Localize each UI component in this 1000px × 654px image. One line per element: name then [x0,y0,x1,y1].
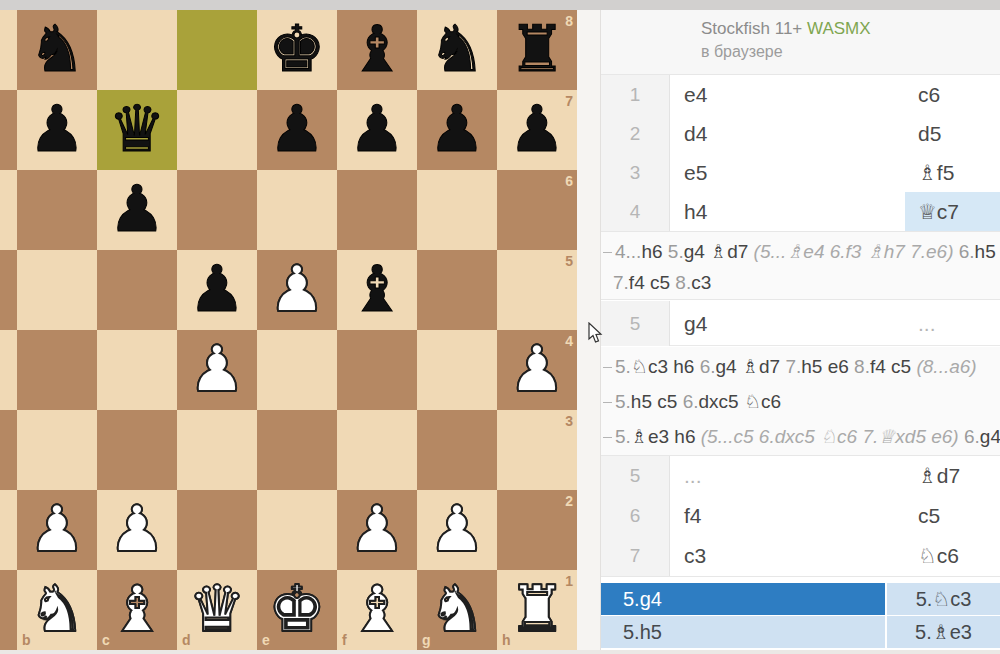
white-move[interactable]: d4 [670,114,905,153]
black-move[interactable]: ♗d7 [905,456,1000,496]
variation-move-text: g4 [684,241,710,262]
candidate-move-rows: 5.g45.♘c35.h55.♗e3 [601,583,1000,649]
square-b6[interactable] [17,170,97,250]
variation-line[interactable]: 5.h5 c5 6.dxc5 ♘c6 [601,384,1000,419]
square-c6[interactable]: ♟ [97,170,177,250]
rank-label-8: 8 [565,14,573,28]
variation-block-b[interactable]: 5.♘c3 h6 6.g4 ♗d7 7.h5 e6 8.f4 c5 (8...a… [601,347,1000,456]
square-g5[interactable] [417,250,497,330]
window-bottom-strip [0,650,1000,654]
square-d3[interactable] [177,410,257,490]
square-e4[interactable] [257,330,337,410]
variation-branch-tick [603,252,612,253]
file-label-b: b [22,633,31,647]
square-h7[interactable]: 7♟ [497,90,577,170]
rank-label-3: 3 [565,414,573,428]
square-e1[interactable]: e♚ [257,570,337,650]
variation-move-text: h5 [631,391,657,412]
piece-wp-d4: ♟ [177,330,257,410]
variation-move-text: f4 [629,272,650,293]
file-label-f: f [342,633,347,647]
piece-wb-f1: ♝ [337,570,417,650]
move-number: 5 [601,301,670,346]
move-number: 7 [601,536,670,576]
black-move[interactable]: c6 [905,75,1000,114]
black-move[interactable]: ♘c6 [905,536,1000,576]
move-table-top: 1e4c62d4d53e5♗f54h4♕c7 [601,75,1000,231]
engine-header: Stockfish 11+ WASMX в браузере [601,10,1000,75]
variation-move-text: h5 [801,356,827,377]
piece-wp-c2: ♟ [97,490,177,570]
piece-bp-d5: ♟ [177,250,257,330]
variation-move-text: ♘c3 [631,356,673,377]
piece-wp-g2: ♟ [417,490,497,570]
piece-bn-b8: ♞ [17,10,97,90]
piece-bp-c6: ♟ [97,170,177,250]
square-h6[interactable]: 6 [497,170,577,250]
move-number: 2 [601,114,670,153]
piece-bq-c7: ♛ [97,90,177,170]
variation-move-text: 4... [615,241,641,262]
move-number: 5 [601,456,670,496]
move-row: 2d4d5 [601,114,1000,153]
square-d6[interactable] [177,170,257,250]
square-h4[interactable]: 4♟ [497,330,577,410]
black-move[interactable]: ... [905,301,1000,346]
square-b7[interactable]: ♟ [17,90,97,170]
file-label-e: e [262,633,270,647]
square-d4[interactable]: ♟ [177,330,257,410]
variation-branch-tick [603,437,612,438]
file-label-h: h [502,633,511,647]
move-row: 4h4♕c7 [601,192,1000,231]
square-g2[interactable]: ♟ [417,490,497,570]
square-h3[interactable]: 3 [497,410,577,490]
engine-name: Stockfish 11+ WASMX [701,19,871,39]
white-move[interactable]: c3 [670,536,905,576]
piece-wr-a1: ♜ [0,570,17,650]
variation-move-text: ♗e3 [631,426,674,447]
variation-move-text: ♗d7 [742,356,785,377]
square-f8[interactable]: ♝ [337,10,417,90]
move-row: 7c3♘c6 [601,536,1000,576]
square-b2[interactable]: ♟ [17,490,97,570]
square-h5[interactable]: 5 [497,250,577,330]
square-c4[interactable] [97,330,177,410]
white-move[interactable]: ... [670,456,905,496]
variation-move-text: 8. [675,272,691,293]
rank-label-1: 1 [565,574,573,588]
square-e7[interactable]: ♟ [257,90,337,170]
square-a2[interactable]: ♟ [0,490,17,570]
variation-move-text: ♘c6 [744,391,781,412]
variation-move-text: 5. [615,426,631,447]
variation-move-text: 5. [615,391,631,412]
candidate-row: 5.h55.♗e3 [601,616,1000,648]
square-a5[interactable] [0,250,17,330]
square-d5[interactable]: ♟ [177,250,257,330]
square-c5[interactable] [97,250,177,330]
piece-bp-g7: ♟ [417,90,497,170]
square-a1[interactable]: a♜ [0,570,17,650]
variation-move-text: ♗d7 [710,241,753,262]
variation-move-text: 6. [964,426,980,447]
square-h2[interactable]: 2 [497,490,577,570]
square-g6[interactable] [417,170,497,250]
square-h1[interactable]: 1h♜ [497,570,577,650]
chess-board[interactable]: ♜♞♚♝♞8♜♟♟♛♟♟♟7♟♟6♟♟♝5♟4♟3♟♟♟♟♟2a♜b♞c♝d♛e… [0,10,577,650]
square-c3[interactable] [97,410,177,490]
variation-move-text: 8. [854,356,870,377]
square-d7[interactable] [177,90,257,170]
piece-bk-e8: ♚ [257,10,337,90]
candidate-move-right[interactable]: 5.♘c3 [887,583,1000,615]
variation-move-text: h6 [641,241,667,262]
square-f4[interactable] [337,330,417,410]
move-number: 6 [601,496,670,536]
file-label-c: c [102,633,110,647]
piece-wp-a2: ♟ [0,490,17,570]
square-b5[interactable] [17,250,97,330]
square-c1[interactable]: c♝ [97,570,177,650]
square-c2[interactable]: ♟ [97,490,177,570]
board-viewport: ♜♞♚♝♞8♜♟♟♛♟♟♟7♟♟6♟♟♝5♟4♟3♟♟♟♟♟2a♜b♞c♝d♛e… [0,10,577,650]
variation-branch-tick [603,402,612,403]
engine-title-text: Stockfish 11+ [701,19,802,38]
engine-badge: WASMX [807,19,871,38]
square-b8[interactable]: ♞ [17,10,97,90]
square-c8[interactable] [97,10,177,90]
move-row: 3e5♗f5 [601,153,1000,192]
piece-bp-a7: ♟ [0,90,17,170]
variation-move-text: h5 [975,241,996,262]
square-e8[interactable]: ♚ [257,10,337,90]
square-f5[interactable]: ♝ [337,250,417,330]
variation-move-text: 5. [615,356,631,377]
variation-move-text: e6 [828,356,854,377]
move-row: 1e4c6 [601,75,1000,114]
square-e6[interactable] [257,170,337,250]
variation-move-text: h6 [674,426,700,447]
square-f6[interactable] [337,170,417,250]
move-row-interlude: 5g4... [601,301,1000,346]
rank-label-6: 6 [565,174,573,188]
variation-move-text: h6 [673,356,699,377]
variation-move-text: 6. [959,241,975,262]
square-g4[interactable] [417,330,497,410]
variation-move-text: 6. [683,391,699,412]
black-move[interactable]: c5 [905,496,1000,536]
black-move[interactable]: ♗f5 [905,153,1000,192]
variation-move-text: g4 [980,426,1000,447]
square-c7[interactable]: ♛ [97,90,177,170]
square-d1[interactable]: d♛ [177,570,257,650]
square-e5[interactable]: ♟ [257,250,337,330]
piece-wp-e5: ♟ [257,250,337,330]
move-number: 1 [601,75,670,114]
piece-bb-f8: ♝ [337,10,417,90]
square-b1[interactable]: b♞ [17,570,97,650]
engine-subtitle: в браузере [701,43,783,61]
square-e3[interactable] [257,410,337,490]
variation-paren-text: (8...a6) [916,356,976,377]
variation-move-text: 7. [785,356,801,377]
square-f2[interactable]: ♟ [337,490,417,570]
piece-br-a8: ♜ [0,10,17,90]
variation-branch-tick [603,367,612,368]
move-number: 3 [601,153,670,192]
variation-move-text: dxc5 [699,391,744,412]
candidate-row: 5.g45.♘c3 [601,583,1000,615]
square-d8[interactable] [177,10,257,90]
white-move[interactable]: h4 [670,192,905,231]
window-top-strip [0,0,1000,10]
square-f1[interactable]: f♝ [337,570,417,650]
file-label-g: g [422,633,431,647]
white-move[interactable]: e4 [670,75,905,114]
square-b3[interactable] [17,410,97,490]
white-move[interactable]: e5 [670,153,905,192]
square-b4[interactable] [17,330,97,410]
variation-move-text: f4 [870,356,891,377]
variation-move-text: c3 [691,272,711,293]
variation-paren-text: (5...c5 6.dxc5 ♘c6 7.♕xd5 e6) [701,426,964,447]
square-f3[interactable] [337,410,417,490]
rank-label-4: 4 [565,334,573,348]
white-move[interactable]: g4 [670,301,905,346]
engine-panel: Stockfish 11+ WASMX в браузере 1e4c62d4d… [600,10,1000,650]
move-row: 6f4c5 [601,496,1000,536]
square-g7[interactable]: ♟ [417,90,497,170]
square-a6[interactable] [0,170,17,250]
white-move[interactable]: f4 [670,496,905,536]
piece-bp-f7: ♟ [337,90,417,170]
variation-move-text: c5 [891,356,916,377]
piece-bn-g8: ♞ [417,10,497,90]
variation-move-text: c5 [650,272,675,293]
square-a3[interactable] [0,410,17,490]
piece-bp-b7: ♟ [17,90,97,170]
rank-label-7: 7 [565,94,573,108]
variation-move-text: 7. [613,272,629,293]
piece-bp-e7: ♟ [257,90,337,170]
square-e2[interactable] [257,490,337,570]
candidate-move-left[interactable]: 5.h5 [601,616,885,648]
file-label-d: d [182,633,191,647]
move-table-bottom: 5...♗d76f4c57c3♘c6 [601,456,1000,577]
variation-move-text: 5. [668,241,684,262]
square-d2[interactable] [177,490,257,570]
rank-label-2: 2 [565,494,573,508]
candidate-move-right[interactable]: 5.♗e3 [887,616,1000,648]
piece-wp-f2: ♟ [337,490,417,570]
square-a7[interactable]: ♟ [0,90,17,170]
variation-block-a[interactable]: 4...h6 5.g4 ♗d7 (5...♗e4 6.f3 ♗h7 7.e6) … [601,231,1000,300]
variation-line[interactable]: 5.♘c3 h6 6.g4 ♗d7 7.h5 e6 8.f4 c5 (8...a… [601,349,1000,384]
square-a4[interactable] [0,330,17,410]
candidate-move-left[interactable]: 5.g4 [601,583,885,615]
piece-bb-f5: ♝ [337,250,417,330]
black-move[interactable]: d5 [905,114,1000,153]
move-number: 4 [601,192,670,231]
rank-label-5: 5 [565,254,573,268]
variation-move-text: g4 [716,356,742,377]
mouse-cursor [588,322,604,344]
variation-paren-text: (5...♗e4 6.f3 ♗h7 7.e6) [754,241,959,262]
square-a8[interactable]: ♜ [0,10,17,90]
move-row: 5...♗d7 [601,456,1000,496]
square-g1[interactable]: g♞ [417,570,497,650]
variation-move-text: 6. [700,356,716,377]
variation-line[interactable]: 5.♗e3 h6 (5...c5 6.dxc5 ♘c6 7.♕xd5 e6) 6… [601,419,1000,454]
square-h8[interactable]: 8♜ [497,10,577,90]
square-g3[interactable] [417,410,497,490]
square-f7[interactable]: ♟ [337,90,417,170]
variation-move-text: c5 [657,391,682,412]
square-g8[interactable]: ♞ [417,10,497,90]
variation-line[interactable]: 4...h6 5.g4 ♗d7 (5...♗e4 6.f3 ♗h7 7.e6) … [601,236,1000,267]
variation-line[interactable]: 7.f4 c5 8.c3 [601,267,1000,298]
move-row: 5g4... [601,301,1000,346]
piece-wp-b2: ♟ [17,490,97,570]
black-move[interactable]: ♕c7 [905,192,1000,231]
